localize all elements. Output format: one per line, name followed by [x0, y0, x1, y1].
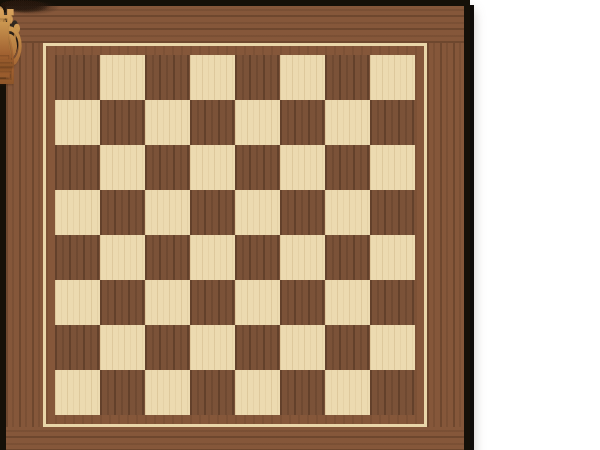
square-e3 — [235, 280, 280, 325]
square-c1 — [145, 370, 190, 415]
square-f8 — [280, 55, 325, 100]
square-f2 — [280, 325, 325, 370]
square-d2 — [190, 325, 235, 370]
square-h4 — [370, 235, 415, 280]
square-e8 — [235, 55, 280, 100]
square-a8 — [55, 55, 100, 100]
border-grain — [6, 43, 43, 427]
border-grain — [6, 6, 464, 43]
chessboard — [0, 0, 470, 450]
square-c2 — [145, 325, 190, 370]
square-d5 — [190, 190, 235, 235]
square-e2 — [235, 325, 280, 370]
square-h3 — [370, 280, 415, 325]
square-h5 — [370, 190, 415, 235]
square-g6 — [325, 145, 370, 190]
square-e4 — [235, 235, 280, 280]
square-c3 — [145, 280, 190, 325]
square-b5 — [100, 190, 145, 235]
board-border — [6, 6, 464, 450]
square-g7 — [325, 100, 370, 145]
square-g5 — [325, 190, 370, 235]
square-d6 — [190, 145, 235, 190]
scene: ♜♞♝♛♚♝♞♜♟♟♟♟♟♟♟♟♟♟♟♟♟♟♟♟♜♞♝♛♚♝♞♜ — [0, 0, 600, 450]
square-g8 — [325, 55, 370, 100]
square-a1 — [55, 370, 100, 415]
square-e7 — [235, 100, 280, 145]
square-c6 — [145, 145, 190, 190]
square-e6 — [235, 145, 280, 190]
square-a4 — [55, 235, 100, 280]
square-f1 — [280, 370, 325, 415]
border-grain — [6, 427, 464, 450]
square-a7 — [55, 100, 100, 145]
square-b2 — [100, 325, 145, 370]
board-grid — [55, 55, 415, 415]
square-h6 — [370, 145, 415, 190]
square-g3 — [325, 280, 370, 325]
square-b4 — [100, 235, 145, 280]
square-e5 — [235, 190, 280, 235]
square-c8 — [145, 55, 190, 100]
square-f7 — [280, 100, 325, 145]
square-h7 — [370, 100, 415, 145]
square-h2 — [370, 325, 415, 370]
square-b8 — [100, 55, 145, 100]
border-grain — [427, 43, 464, 427]
square-g1 — [325, 370, 370, 415]
square-a2 — [55, 325, 100, 370]
board-inlay-line — [43, 43, 427, 427]
square-d1 — [190, 370, 235, 415]
square-h8 — [370, 55, 415, 100]
square-g2 — [325, 325, 370, 370]
square-a6 — [55, 145, 100, 190]
square-c7 — [145, 100, 190, 145]
square-c5 — [145, 190, 190, 235]
square-d3 — [190, 280, 235, 325]
square-e1 — [235, 370, 280, 415]
square-d8 — [190, 55, 235, 100]
square-b1 — [100, 370, 145, 415]
square-f6 — [280, 145, 325, 190]
square-a3 — [55, 280, 100, 325]
square-f3 — [280, 280, 325, 325]
square-h1 — [370, 370, 415, 415]
square-d4 — [190, 235, 235, 280]
square-b6 — [100, 145, 145, 190]
square-d7 — [190, 100, 235, 145]
square-b7 — [100, 100, 145, 145]
square-b3 — [100, 280, 145, 325]
square-f4 — [280, 235, 325, 280]
square-f5 — [280, 190, 325, 235]
square-c4 — [145, 235, 190, 280]
square-g4 — [325, 235, 370, 280]
square-a5 — [55, 190, 100, 235]
